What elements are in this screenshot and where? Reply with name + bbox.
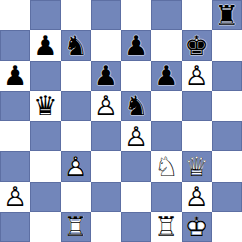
white-knight: ♘: [151, 151, 181, 181]
square-e8[interactable]: [121, 0, 151, 30]
square-c6[interactable]: [61, 61, 91, 91]
square-a3[interactable]: [0, 151, 30, 181]
square-e4[interactable]: ♟♙: [121, 121, 151, 151]
square-c3[interactable]: ♟♙: [61, 151, 91, 181]
black-pawn: ♟: [0, 61, 30, 91]
square-a8[interactable]: [0, 0, 30, 30]
white-queen: ♕: [182, 151, 212, 181]
square-f8[interactable]: [151, 0, 181, 30]
square-e1[interactable]: [121, 212, 151, 242]
square-g1[interactable]: ♚♔: [182, 212, 212, 242]
square-b3[interactable]: [30, 151, 60, 181]
square-c7[interactable]: ♞: [61, 30, 91, 60]
square-h1[interactable]: [212, 212, 242, 242]
square-g6[interactable]: ♟♙: [182, 61, 212, 91]
square-d3[interactable]: [91, 151, 121, 181]
square-a7[interactable]: [0, 30, 30, 60]
square-f4[interactable]: [151, 121, 181, 151]
white-pawn: ♙: [61, 151, 91, 181]
square-b1[interactable]: [30, 212, 60, 242]
square-a5[interactable]: [0, 91, 30, 121]
square-d1[interactable]: [91, 212, 121, 242]
square-e5[interactable]: ♞: [121, 91, 151, 121]
square-g7[interactable]: ♚: [182, 30, 212, 60]
square-b4[interactable]: [30, 121, 60, 151]
black-knight: ♞: [61, 30, 91, 60]
square-b7[interactable]: ♟: [30, 30, 60, 60]
white-pawn: ♙: [91, 91, 121, 121]
square-h7[interactable]: [212, 30, 242, 60]
square-g8[interactable]: [182, 0, 212, 30]
white-pawn: ♙: [182, 182, 212, 212]
white-pawn: ♙: [182, 61, 212, 91]
square-d6[interactable]: ♟: [91, 61, 121, 91]
black-pawn: ♟: [121, 30, 151, 60]
square-b6[interactable]: [30, 61, 60, 91]
square-d5[interactable]: ♟♙: [91, 91, 121, 121]
square-h5[interactable]: [212, 91, 242, 121]
square-c1[interactable]: ♜♖: [61, 212, 91, 242]
black-pawn: ♟: [91, 61, 121, 91]
square-e6[interactable]: [121, 61, 151, 91]
square-b2[interactable]: [30, 182, 60, 212]
square-f6[interactable]: ♟: [151, 61, 181, 91]
square-f5[interactable]: [151, 91, 181, 121]
white-pawn: ♙: [0, 182, 30, 212]
black-pawn: ♟: [30, 30, 60, 60]
square-b5[interactable]: ♛: [30, 91, 60, 121]
square-a6[interactable]: ♟: [0, 61, 30, 91]
square-f7[interactable]: [151, 30, 181, 60]
square-a2[interactable]: ♟♙: [0, 182, 30, 212]
square-f3[interactable]: ♞♘: [151, 151, 181, 181]
white-rook: ♖: [151, 212, 181, 242]
white-rook: ♖: [61, 212, 91, 242]
square-g3[interactable]: ♛♕: [182, 151, 212, 181]
square-a4[interactable]: [0, 121, 30, 151]
square-h6[interactable]: [212, 61, 242, 91]
white-king: ♔: [182, 212, 212, 242]
square-f1[interactable]: ♜♖: [151, 212, 181, 242]
square-d2[interactable]: [91, 182, 121, 212]
square-g5[interactable]: [182, 91, 212, 121]
black-pawn: ♟: [151, 61, 181, 91]
square-h2[interactable]: [212, 182, 242, 212]
square-b8[interactable]: [30, 0, 60, 30]
square-c2[interactable]: [61, 182, 91, 212]
square-d4[interactable]: [91, 121, 121, 151]
square-g4[interactable]: [182, 121, 212, 151]
square-a1[interactable]: [0, 212, 30, 242]
black-queen: ♛: [30, 91, 60, 121]
black-rook: ♜: [212, 0, 242, 30]
square-c4[interactable]: [61, 121, 91, 151]
square-h8[interactable]: ♜: [212, 0, 242, 30]
square-c8[interactable]: [61, 0, 91, 30]
square-f2[interactable]: [151, 182, 181, 212]
square-e7[interactable]: ♟: [121, 30, 151, 60]
black-king: ♚: [182, 30, 212, 60]
square-d8[interactable]: [91, 0, 121, 30]
square-d7[interactable]: [91, 30, 121, 60]
square-e2[interactable]: [121, 182, 151, 212]
square-e3[interactable]: [121, 151, 151, 181]
square-g2[interactable]: ♟♙: [182, 182, 212, 212]
chess-board: ♜♟♞♟♚♟♟♟♟♙♛♟♙♞♟♙♟♙♞♘♛♕♟♙♟♙♜♖♜♖♚♔: [0, 0, 242, 242]
square-c5[interactable]: [61, 91, 91, 121]
white-pawn: ♙: [121, 121, 151, 151]
black-knight: ♞: [121, 91, 151, 121]
square-h3[interactable]: [212, 151, 242, 181]
square-h4[interactable]: [212, 121, 242, 151]
